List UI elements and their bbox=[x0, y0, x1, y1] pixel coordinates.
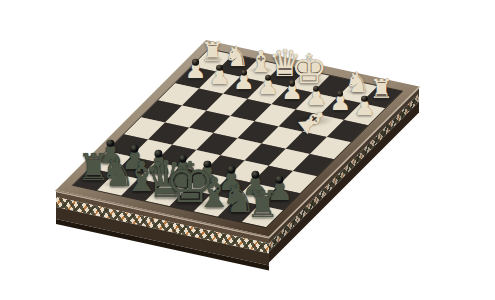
piece-green-rook[interactable]: ♜ bbox=[246, 187, 279, 223]
piece-white-pawn[interactable]: ♟ bbox=[354, 95, 376, 119]
piece-white-pawn[interactable]: ♟ bbox=[209, 63, 231, 87]
piece-white-pawn[interactable]: ♟ bbox=[281, 79, 303, 103]
chess-set-render: ♜♞♝♛♚♞♜♟♟♟♟♟♟♟♟♟♟♟♟♟♟♟♟♜♞♝♛♚♝♞♜♝ bbox=[0, 0, 495, 300]
piece-white-pawn[interactable]: ♟ bbox=[185, 58, 207, 82]
piece-white-pawn[interactable]: ♟ bbox=[257, 74, 279, 98]
piece-white-pawn[interactable]: ♟ bbox=[330, 90, 352, 114]
piece-white-pawn[interactable]: ♟ bbox=[233, 69, 255, 93]
piece-glyph: ♜ bbox=[246, 183, 279, 226]
